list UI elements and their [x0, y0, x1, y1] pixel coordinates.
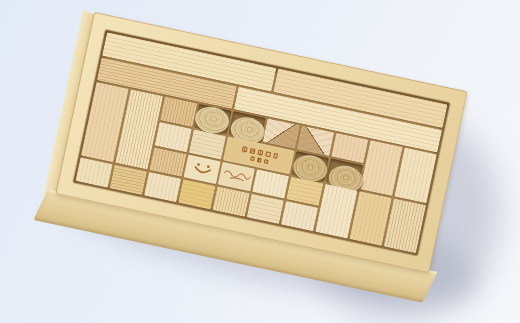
wooden-box [55, 12, 467, 273]
wooden-cube-block [281, 201, 318, 231]
wooden-cube-block [75, 158, 112, 188]
wooden-cube-block [189, 129, 226, 159]
wooden-cube-block [212, 187, 249, 217]
signature-mark-icon [220, 167, 252, 187]
wooden-cube-block [144, 172, 181, 202]
wooden-cube-block [178, 180, 215, 210]
smiley-face-icon [189, 159, 216, 180]
wooden-cube-block [155, 122, 192, 152]
wooden-cylinder-block [326, 158, 363, 188]
product-photo-scene: { "game": "tsumiki-wooden-building-block… [0, 0, 520, 323]
wooden-cylinder-block [292, 151, 329, 181]
kanji-stamp-icon [237, 143, 281, 167]
wooden-cube-block [247, 194, 284, 224]
wooden-cube-block [110, 165, 147, 195]
